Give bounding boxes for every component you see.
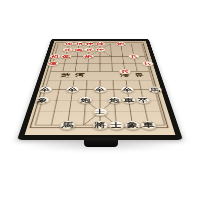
piece-black-車[interactable]: 車 [121, 97, 136, 104]
piece-black-象[interactable]: 象 [124, 121, 141, 130]
river-label-left: 楚河 [60, 72, 90, 77]
piece-red-仕[interactable]: 仕 [84, 42, 95, 46]
piece-red-兵[interactable]: 兵 [84, 48, 95, 52]
piece-black-炮[interactable]: 炮 [107, 97, 122, 104]
piece-red-傌[interactable]: 傌 [73, 48, 84, 52]
piece-black-卒[interactable]: 卒 [93, 86, 107, 93]
piece-black-士[interactable]: 士 [108, 121, 125, 130]
piece-red-兵[interactable]: 兵 [141, 61, 154, 66]
piece-red-炮[interactable]: 炮 [83, 54, 94, 59]
piece-red-兵[interactable]: 兵 [128, 54, 140, 59]
perspective-scene: 楚河 漢界 俥相仕帥炮兵傌兵仕相傌炮兵俥兵兵卒卒卒卒馬象炮炮車卒士馬將士象車 [0, 0, 200, 200]
piece-red-兵[interactable]: 兵 [118, 69, 131, 74]
piece-red-俥[interactable]: 俥 [63, 42, 74, 46]
piece-black-卒[interactable]: 卒 [120, 86, 134, 93]
product-photo: 楚河 漢界 俥相仕帥炮兵傌兵仕相傌炮兵俥兵兵卒卒卒卒馬象炮炮車卒士馬將士象車 [0, 0, 200, 200]
piece-black-卒[interactable]: 卒 [136, 97, 152, 104]
piece-black-將[interactable]: 將 [92, 121, 108, 130]
piece-red-炮[interactable]: 炮 [116, 42, 127, 46]
xiangqi-board: 楚河 漢界 俥相仕帥炮兵傌兵仕相傌炮兵俥兵兵卒卒卒卒馬象炮炮車卒士馬將士象車 [17, 39, 183, 140]
piece-black-士[interactable]: 士 [92, 108, 107, 116]
piece-red-仕[interactable]: 仕 [95, 48, 106, 52]
piece-red-帥[interactable]: 帥 [95, 42, 105, 46]
fold-clasp [84, 138, 118, 147]
piece-black-炮[interactable]: 炮 [78, 97, 93, 104]
piece-red-相[interactable]: 相 [74, 42, 85, 46]
